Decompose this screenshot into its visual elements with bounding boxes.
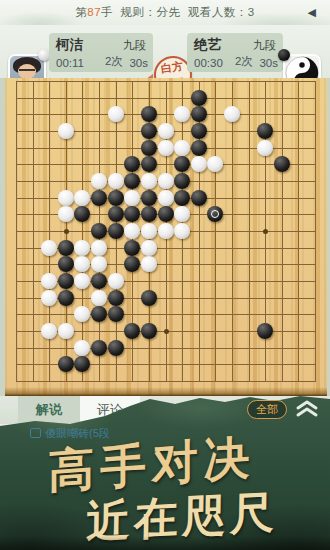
stone-black <box>124 256 140 272</box>
stone-black <box>91 273 107 289</box>
stone-white <box>141 240 157 256</box>
move-number: 87 <box>87 6 101 18</box>
stone-black <box>191 140 207 156</box>
stone-black <box>108 290 124 306</box>
stone-white <box>174 206 190 222</box>
avatar-glasses <box>19 69 35 75</box>
comment-bubble-icon <box>30 428 41 438</box>
collapse-arrow-icon[interactable]: ◀ <box>308 0 316 25</box>
player-right-period-seconds: 30s <box>259 57 278 69</box>
chevron-up-icon[interactable] <box>294 399 320 422</box>
stone-black <box>108 340 124 356</box>
banner-calligraphy-line2: 近在咫尺 <box>86 483 279 550</box>
grid-line-v <box>215 81 216 382</box>
stone-white <box>91 290 107 306</box>
move-prefix: 第 <box>75 6 87 18</box>
stone-black <box>91 306 107 322</box>
stone-white <box>74 240 90 256</box>
stone-white <box>158 190 174 206</box>
player-left-rank: 九段 <box>123 38 146 53</box>
stone-white <box>124 223 140 239</box>
stone-black <box>191 106 207 122</box>
player-right-info: 绝艺 九段 00:30 2次 30s <box>187 33 283 72</box>
stone-white <box>58 323 74 339</box>
stone-white <box>124 190 140 206</box>
stone-white <box>74 256 90 272</box>
stone-white <box>41 290 57 306</box>
stone-white <box>74 306 90 322</box>
stone-white <box>108 173 124 189</box>
stone-black <box>91 190 107 206</box>
grid-line-v <box>232 81 233 382</box>
stone-black <box>257 323 273 339</box>
stone-white <box>74 190 90 206</box>
star-point <box>164 329 169 334</box>
stone-black <box>58 256 74 272</box>
stone-black <box>108 223 124 239</box>
stone-black <box>141 106 157 122</box>
stone-white <box>174 106 190 122</box>
stone-white <box>158 140 174 156</box>
player-right-periods: 2次 <box>235 54 253 69</box>
star-point <box>263 229 268 234</box>
stone-black <box>141 156 157 172</box>
stone-black <box>124 156 140 172</box>
grid-line-h <box>16 348 316 349</box>
all-filter-badge[interactable]: 全部 <box>247 400 287 419</box>
move-suffix: 手 <box>101 6 113 18</box>
stone-black <box>141 290 157 306</box>
stone-white <box>108 273 124 289</box>
stone-black <box>191 90 207 106</box>
rules-label: 规则：分先 <box>120 6 180 18</box>
stone-black <box>191 123 207 139</box>
player-left-info: 柯洁 九段 00:11 2次 30s <box>49 33 153 72</box>
stone-white <box>141 173 157 189</box>
stone-black <box>108 306 124 322</box>
stone-white <box>141 223 157 239</box>
stone-white <box>58 206 74 222</box>
stone-black <box>124 206 140 222</box>
stone-white <box>257 140 273 156</box>
player-left-name: 柯洁 <box>56 36 83 54</box>
grid-line-v <box>249 81 250 382</box>
player-left-periods: 2次 <box>105 54 123 69</box>
black-stone-badge-icon <box>278 49 290 61</box>
grid-line-v <box>298 81 299 382</box>
player-panel: 柯洁 九段 00:11 2次 30s 白方 行棋 绝艺 九段 00:30 2次 … <box>0 25 330 78</box>
stone-black <box>141 323 157 339</box>
stone-black <box>58 273 74 289</box>
stone-white <box>74 273 90 289</box>
stone-white <box>158 123 174 139</box>
tab-commentary[interactable]: 解说 <box>18 396 80 424</box>
stone-black <box>174 190 190 206</box>
stone-white <box>158 223 174 239</box>
stone-black <box>191 190 207 206</box>
stone-black <box>58 356 74 372</box>
viewers-label: 观看人数：3 <box>188 6 255 18</box>
stone-white <box>141 256 157 272</box>
stone-white <box>41 323 57 339</box>
stone-white <box>58 123 74 139</box>
stone-white <box>91 173 107 189</box>
player-left-period-seconds: 30s <box>129 57 148 69</box>
stone-black <box>58 240 74 256</box>
grid-line-v <box>315 81 316 382</box>
stone-white <box>108 106 124 122</box>
stone-black <box>174 156 190 172</box>
stone-white <box>158 173 174 189</box>
stone-black <box>74 206 90 222</box>
stone-white <box>191 156 207 172</box>
stone-white <box>41 273 57 289</box>
grid-line-h <box>16 381 316 382</box>
player-left-main-time: 00:11 <box>56 57 84 69</box>
star-point <box>64 229 69 234</box>
stone-black <box>124 173 140 189</box>
stone-black <box>158 206 174 222</box>
grid-line-v <box>282 81 283 382</box>
stone-black <box>141 190 157 206</box>
stone-black <box>108 206 124 222</box>
top-bar: 第87手 规则：分先 观看人数：3 ◀ <box>0 0 330 25</box>
stone-black <box>141 206 157 222</box>
player-right-main-time: 00:30 <box>194 57 223 69</box>
player-right-rank: 九段 <box>253 38 276 53</box>
stone-black <box>141 123 157 139</box>
grid-line-h <box>16 314 316 315</box>
stone-black <box>124 240 140 256</box>
stone-black <box>74 356 90 372</box>
stone-black <box>91 340 107 356</box>
stone-white <box>91 256 107 272</box>
stone-white <box>224 106 240 122</box>
stone-white <box>58 190 74 206</box>
board-section <box>0 78 330 396</box>
stone-white <box>174 140 190 156</box>
stone-white <box>207 156 223 172</box>
player-right-name: 绝艺 <box>194 36 221 54</box>
go-board[interactable] <box>5 78 327 396</box>
stone-white <box>41 240 57 256</box>
stone-white <box>91 240 107 256</box>
stone-black <box>91 223 107 239</box>
stone-black <box>108 190 124 206</box>
stone-black <box>58 290 74 306</box>
stone-black <box>207 206 223 222</box>
stone-black <box>274 156 290 172</box>
stone-black <box>141 140 157 156</box>
stone-black <box>257 123 273 139</box>
stone-white <box>74 340 90 356</box>
stone-white <box>174 223 190 239</box>
stone-black <box>174 173 190 189</box>
game-status-text: 第87手 规则：分先 观看人数：3 <box>0 0 330 25</box>
stone-black <box>124 323 140 339</box>
